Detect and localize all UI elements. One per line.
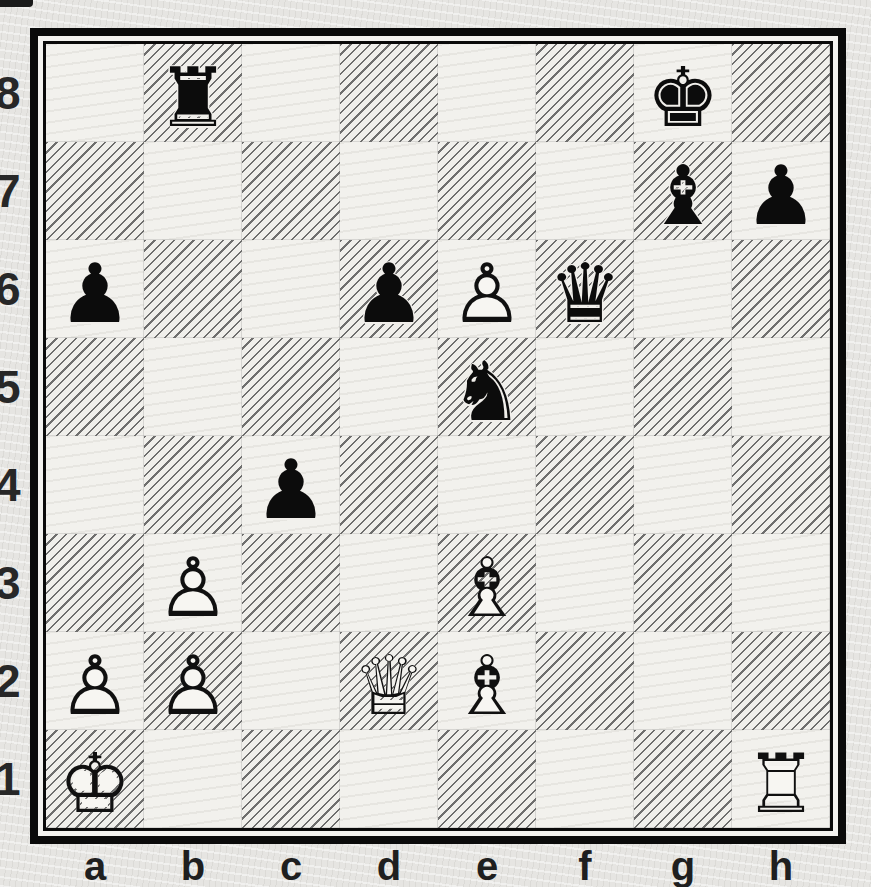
square-f8 [536, 44, 634, 142]
square-c3 [242, 534, 340, 632]
black-rook: ♜ [144, 44, 242, 142]
square-h2 [732, 632, 830, 730]
square-a2: ♟♙ [46, 632, 144, 730]
black-pawn: ♟ [732, 142, 830, 240]
square-g3 [634, 534, 732, 632]
square-d5 [340, 338, 438, 436]
chess-diagram: 87654321 ♜♚♝♟♟♟♟♙♛♞♟♟♙♝♗♟♙♟♙♛♕♝♗♚♔♜♖ abc… [0, 0, 871, 887]
square-e6: ♟♙ [438, 240, 536, 338]
rank-label-7: 7 [0, 142, 29, 240]
white-pawn: ♟♙ [144, 632, 242, 730]
piece-glyph: ♔ [46, 735, 144, 833]
white-rook: ♜♖ [732, 730, 830, 828]
square-a5 [46, 338, 144, 436]
square-c4: ♟ [242, 436, 340, 534]
square-f3 [536, 534, 634, 632]
piece-glyph: ♟ [732, 147, 830, 245]
piece-glyph: ♕ [340, 637, 438, 735]
file-label-a: a [46, 846, 144, 886]
piece-glyph: ♝ [634, 147, 732, 245]
white-pawn: ♟♙ [438, 240, 536, 338]
piece-glyph: ♞ [438, 343, 536, 441]
square-d1 [340, 730, 438, 828]
square-e3: ♝♗ [438, 534, 536, 632]
square-f2 [536, 632, 634, 730]
square-f1 [536, 730, 634, 828]
square-c6 [242, 240, 340, 338]
square-h5 [732, 338, 830, 436]
piece-glyph: ♟ [242, 441, 340, 539]
square-d4 [340, 436, 438, 534]
file-label-d: d [340, 846, 438, 886]
square-b1 [144, 730, 242, 828]
square-d7 [340, 142, 438, 240]
file-label-b: b [144, 846, 242, 886]
square-c1 [242, 730, 340, 828]
piece-glyph: ♙ [144, 539, 242, 637]
black-knight: ♞ [438, 338, 536, 436]
square-g6 [634, 240, 732, 338]
square-h4 [732, 436, 830, 534]
rank-label-5: 5 [0, 338, 29, 436]
square-h6 [732, 240, 830, 338]
square-g2 [634, 632, 732, 730]
black-pawn: ♟ [242, 436, 340, 534]
square-f6: ♛ [536, 240, 634, 338]
board-inner-border: ♜♚♝♟♟♟♟♙♛♞♟♟♙♝♗♟♙♟♙♛♕♝♗♚♔♜♖ [43, 41, 833, 831]
square-b6 [144, 240, 242, 338]
piece-glyph: ♙ [144, 637, 242, 735]
piece-glyph: ♚ [634, 49, 732, 147]
square-e5: ♞ [438, 338, 536, 436]
black-pawn: ♟ [340, 240, 438, 338]
piece-glyph: ♖ [732, 735, 830, 833]
board-grid: ♜♚♝♟♟♟♟♙♛♞♟♟♙♝♗♟♙♟♙♛♕♝♗♚♔♜♖ [46, 44, 830, 828]
square-c5 [242, 338, 340, 436]
rank-label-2: 2 [0, 632, 29, 730]
square-g1 [634, 730, 732, 828]
square-a8 [46, 44, 144, 142]
square-c7 [242, 142, 340, 240]
square-b5 [144, 338, 242, 436]
square-c2 [242, 632, 340, 730]
rank-label-6: 6 [0, 240, 29, 338]
square-h8 [732, 44, 830, 142]
square-b8: ♜ [144, 44, 242, 142]
square-g4 [634, 436, 732, 534]
rank-label-4: 4 [0, 436, 29, 534]
square-b3: ♟♙ [144, 534, 242, 632]
white-pawn: ♟♙ [46, 632, 144, 730]
file-label-e: e [438, 846, 536, 886]
file-label-f: f [536, 846, 634, 886]
square-b2: ♟♙ [144, 632, 242, 730]
rank-label-1: 1 [0, 730, 29, 828]
piece-glyph: ♟ [340, 245, 438, 343]
rank-labels: 87654321 [0, 44, 29, 828]
square-g7: ♝ [634, 142, 732, 240]
black-king: ♚ [634, 44, 732, 142]
square-b4 [144, 436, 242, 534]
rank-label-8: 8 [0, 44, 29, 142]
square-d3 [340, 534, 438, 632]
square-h3 [732, 534, 830, 632]
piece-glyph: ♛ [536, 245, 634, 343]
square-d2: ♛♕ [340, 632, 438, 730]
square-a6: ♟ [46, 240, 144, 338]
square-c8 [242, 44, 340, 142]
square-g5 [634, 338, 732, 436]
piece-glyph: ♜ [144, 49, 242, 147]
file-label-g: g [634, 846, 732, 886]
square-a1: ♚♔ [46, 730, 144, 828]
piece-glyph: ♙ [438, 245, 536, 343]
square-f4 [536, 436, 634, 534]
square-a4 [46, 436, 144, 534]
chess-board: ♜♚♝♟♟♟♟♙♛♞♟♟♙♝♗♟♙♟♙♛♕♝♗♚♔♜♖ [30, 28, 846, 844]
square-b7 [144, 142, 242, 240]
square-g8: ♚ [634, 44, 732, 142]
piece-glyph: ♗ [438, 539, 536, 637]
square-a3 [46, 534, 144, 632]
square-h7: ♟ [732, 142, 830, 240]
file-labels: abcdefgh [46, 846, 830, 886]
white-bishop: ♝♗ [438, 534, 536, 632]
scan-artifact-top-left [0, 0, 33, 7]
black-queen: ♛ [536, 240, 634, 338]
piece-glyph: ♟ [46, 245, 144, 343]
square-d6: ♟ [340, 240, 438, 338]
square-f5 [536, 338, 634, 436]
white-queen: ♛♕ [340, 632, 438, 730]
white-king: ♚♔ [46, 730, 144, 828]
square-e4 [438, 436, 536, 534]
piece-glyph: ♙ [46, 637, 144, 735]
square-f7 [536, 142, 634, 240]
piece-glyph: ♗ [438, 637, 536, 735]
file-label-c: c [242, 846, 340, 886]
square-d8 [340, 44, 438, 142]
square-a7 [46, 142, 144, 240]
rank-label-3: 3 [0, 534, 29, 632]
white-bishop: ♝♗ [438, 632, 536, 730]
square-h1: ♜♖ [732, 730, 830, 828]
square-e7 [438, 142, 536, 240]
white-pawn: ♟♙ [144, 534, 242, 632]
square-e8 [438, 44, 536, 142]
square-e1 [438, 730, 536, 828]
black-pawn: ♟ [46, 240, 144, 338]
file-label-h: h [732, 846, 830, 886]
square-e2: ♝♗ [438, 632, 536, 730]
black-bishop: ♝ [634, 142, 732, 240]
